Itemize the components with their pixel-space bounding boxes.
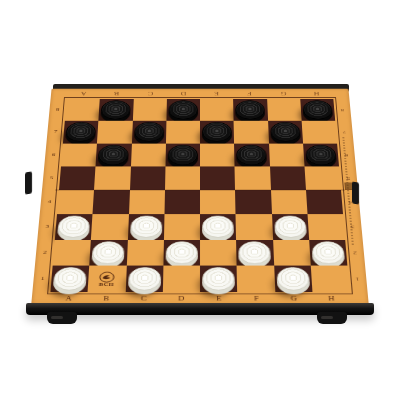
brand-logo: ВСП xyxy=(88,266,126,292)
white-piece-a1[interactable] xyxy=(53,267,87,290)
file-label-top-b: B xyxy=(100,89,134,97)
square-h2[interactable] xyxy=(309,239,347,265)
white-piece-h2[interactable] xyxy=(311,241,345,264)
square-g1[interactable] xyxy=(274,265,313,292)
square-a7[interactable] xyxy=(63,121,99,143)
square-h8[interactable] xyxy=(300,99,335,121)
file-label-top-a: A xyxy=(67,89,101,97)
rank-label-left-6: 6 xyxy=(46,143,61,166)
white-piece-e3[interactable] xyxy=(202,216,234,238)
file-label-top-h: H xyxy=(299,89,333,97)
fold-hinge-left[interactable] xyxy=(25,171,32,194)
square-b3[interactable] xyxy=(91,214,128,239)
rank-label-left-3: 3 xyxy=(39,214,55,239)
black-piece-f6[interactable] xyxy=(236,145,267,165)
brand-logo-text: ВСП xyxy=(99,282,115,287)
square-g7[interactable] xyxy=(268,121,303,143)
square-f8[interactable] xyxy=(233,99,267,121)
square-f1[interactable] xyxy=(237,265,275,292)
square-f4[interactable] xyxy=(235,190,271,214)
square-e5[interactable] xyxy=(200,166,235,190)
square-f3[interactable] xyxy=(236,214,273,239)
black-piece-d6[interactable] xyxy=(167,145,198,165)
square-c5[interactable] xyxy=(130,166,166,190)
frame-latch-right[interactable] xyxy=(317,312,347,324)
white-piece-c1[interactable] xyxy=(128,267,161,290)
white-piece-b2[interactable] xyxy=(92,241,125,264)
square-h7[interactable] xyxy=(301,121,337,143)
square-d1[interactable] xyxy=(163,265,200,292)
square-c7[interactable] xyxy=(131,121,166,143)
file-labels-top: ABCDEFGH xyxy=(67,89,333,97)
square-f2[interactable] xyxy=(236,239,273,265)
square-a6[interactable] xyxy=(61,143,97,166)
square-e2[interactable] xyxy=(200,239,237,265)
square-c4[interactable] xyxy=(128,190,164,214)
square-c6[interactable] xyxy=(130,143,165,166)
white-piece-e1[interactable] xyxy=(202,267,235,290)
fold-hinge-right[interactable] xyxy=(352,181,359,204)
square-d2[interactable] xyxy=(163,239,200,265)
black-piece-h8[interactable] xyxy=(302,100,333,119)
black-piece-b6[interactable] xyxy=(98,145,129,165)
black-piece-f8[interactable] xyxy=(235,100,265,119)
square-g6[interactable] xyxy=(269,143,305,166)
black-piece-a7[interactable] xyxy=(65,122,96,142)
black-piece-h6[interactable] xyxy=(305,145,337,165)
square-a4[interactable] xyxy=(57,190,94,214)
square-g4[interactable] xyxy=(271,190,308,214)
black-piece-c7[interactable] xyxy=(134,122,165,142)
square-d6[interactable] xyxy=(165,143,200,166)
black-piece-g7[interactable] xyxy=(270,122,301,142)
rank-label-right-8: 8 xyxy=(335,99,349,121)
square-a3[interactable] xyxy=(55,214,93,239)
file-label-top-f: F xyxy=(233,89,266,97)
square-d4[interactable] xyxy=(164,190,200,214)
square-e7[interactable] xyxy=(200,121,234,143)
square-g5[interactable] xyxy=(270,166,306,190)
black-piece-b8[interactable] xyxy=(101,100,132,119)
square-b4[interactable] xyxy=(93,190,130,214)
square-h6[interactable] xyxy=(303,143,339,166)
file-label-top-e: E xyxy=(200,89,233,97)
black-piece-e7[interactable] xyxy=(202,122,232,142)
square-h5[interactable] xyxy=(304,166,341,190)
file-label-top-d: D xyxy=(167,89,200,97)
square-d7[interactable] xyxy=(166,121,200,143)
square-b6[interactable] xyxy=(96,143,132,166)
square-e3[interactable] xyxy=(200,214,236,239)
square-d5[interactable] xyxy=(165,166,200,190)
square-g2[interactable] xyxy=(273,239,311,265)
square-e8[interactable] xyxy=(200,99,234,121)
square-f5[interactable] xyxy=(235,166,271,190)
square-h1[interactable] xyxy=(310,265,349,292)
square-b7[interactable] xyxy=(97,121,132,143)
rank-label-left-8: 8 xyxy=(50,99,64,121)
square-a5[interactable] xyxy=(59,166,96,190)
rank-label-left-4: 4 xyxy=(42,190,57,214)
square-f7[interactable] xyxy=(234,121,269,143)
square-e6[interactable] xyxy=(200,143,235,166)
board-grid xyxy=(50,99,349,292)
file-label-top-g: G xyxy=(266,89,300,97)
square-c2[interactable] xyxy=(126,239,163,265)
square-a8[interactable] xyxy=(65,99,100,121)
scene: ABCDEFGH ABCDEFGH 87654321 87654321 ВСП xyxy=(0,0,400,400)
square-h4[interactable] xyxy=(306,190,343,214)
square-b2[interactable] xyxy=(90,239,128,265)
rank-label-right-1: 1 xyxy=(349,265,365,292)
square-c3[interactable] xyxy=(127,214,164,239)
square-c8[interactable] xyxy=(132,99,166,121)
square-d8[interactable] xyxy=(166,99,200,121)
square-g3[interactable] xyxy=(272,214,309,239)
checkers-set-photo: ABCDEFGH ABCDEFGH 87654321 87654321 ВСП xyxy=(0,0,400,400)
white-piece-f2[interactable] xyxy=(239,241,272,264)
rank-label-left-1: 1 xyxy=(35,265,51,292)
white-piece-g1[interactable] xyxy=(276,267,310,290)
square-e4[interactable] xyxy=(200,190,236,214)
rank-label-left-2: 2 xyxy=(37,239,53,265)
rank-label-right-2: 2 xyxy=(347,239,363,265)
square-h3[interactable] xyxy=(307,214,345,239)
square-b5[interactable] xyxy=(94,166,130,190)
white-piece-d2[interactable] xyxy=(165,241,197,264)
white-piece-g3[interactable] xyxy=(274,216,307,238)
square-f6[interactable] xyxy=(234,143,269,166)
fold-seam xyxy=(55,189,345,190)
black-piece-d8[interactable] xyxy=(168,100,198,119)
file-label-top-c: C xyxy=(133,89,166,97)
checkers-board: ABCDEFGH ABCDEFGH 87654321 87654321 ВСП xyxy=(31,89,369,305)
white-piece-c3[interactable] xyxy=(130,216,162,238)
white-piece-a3[interactable] xyxy=(57,216,90,238)
frame-latch-left[interactable] xyxy=(47,312,77,324)
square-d3[interactable] xyxy=(164,214,200,239)
square-g8[interactable] xyxy=(267,99,302,121)
square-e1[interactable] xyxy=(200,265,237,292)
square-b8[interactable] xyxy=(99,99,134,121)
rank-label-left-5: 5 xyxy=(44,166,59,190)
square-a1[interactable] xyxy=(50,265,89,292)
square-a2[interactable] xyxy=(53,239,91,265)
square-c1[interactable] xyxy=(125,265,163,292)
rank-label-left-7: 7 xyxy=(48,121,63,143)
